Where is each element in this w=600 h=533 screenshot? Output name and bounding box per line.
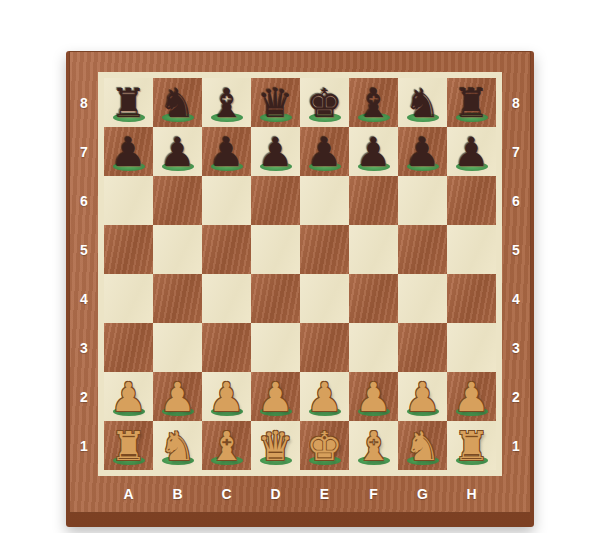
file-label-a: A	[123, 486, 133, 502]
square-f6[interactable]	[349, 176, 398, 225]
square-c2[interactable]: ♟	[202, 372, 251, 421]
rank-label-left-2: 2	[80, 389, 88, 405]
file-label-h: H	[466, 486, 476, 502]
square-d8[interactable]: ♛	[251, 78, 300, 127]
rank-label-right-8: 8	[512, 95, 520, 111]
rank-labels-right: 87654321	[502, 72, 530, 476]
dark-pawn: ♟	[258, 130, 294, 174]
square-d5[interactable]	[251, 225, 300, 274]
board-grid: ♜♞♝♛♚♝♞♜♟♟♟♟♟♟♟♟♟♟♟♟♟♟♟♟♜♞♝♛♚♝♞♜	[98, 72, 502, 476]
light-knight: ♞	[405, 424, 441, 468]
square-e8[interactable]: ♚	[300, 78, 349, 127]
square-b3[interactable]	[153, 323, 202, 372]
square-c6[interactable]	[202, 176, 251, 225]
square-g1[interactable]: ♞	[398, 421, 447, 470]
rank-label-left-6: 6	[80, 193, 88, 209]
dark-knight: ♞	[405, 81, 441, 125]
square-d6[interactable]	[251, 176, 300, 225]
rank-label-right-4: 4	[512, 291, 520, 307]
rank-label-right-6: 6	[512, 193, 520, 209]
square-h8[interactable]: ♜	[447, 78, 496, 127]
square-e3[interactable]	[300, 323, 349, 372]
square-e5[interactable]	[300, 225, 349, 274]
rank-label-left-7: 7	[80, 144, 88, 160]
light-pawn: ♟	[454, 375, 490, 419]
light-pawn: ♟	[209, 375, 245, 419]
square-f5[interactable]	[349, 225, 398, 274]
rank-label-right-7: 7	[512, 144, 520, 160]
square-h7[interactable]: ♟	[447, 127, 496, 176]
dark-pawn: ♟	[454, 130, 490, 174]
square-b2[interactable]: ♟	[153, 372, 202, 421]
square-b5[interactable]	[153, 225, 202, 274]
light-rook: ♜	[454, 424, 490, 468]
light-bishop: ♝	[209, 424, 245, 468]
light-pawn: ♟	[160, 375, 196, 419]
square-h2[interactable]: ♟	[447, 372, 496, 421]
rank-label-right-2: 2	[512, 389, 520, 405]
file-label-d: D	[270, 486, 280, 502]
rank-label-left-5: 5	[80, 242, 88, 258]
square-c1[interactable]: ♝	[202, 421, 251, 470]
square-b8[interactable]: ♞	[153, 78, 202, 127]
dark-pawn: ♟	[111, 130, 147, 174]
square-e7[interactable]: ♟	[300, 127, 349, 176]
light-king: ♚	[307, 424, 343, 468]
file-label-g: G	[417, 486, 428, 502]
square-f8[interactable]: ♝	[349, 78, 398, 127]
dark-rook: ♜	[111, 81, 147, 125]
folding-chess-box: 87654321 ♜♞♝♛♚♝♞♜♟♟♟♟♟♟♟♟♟♟♟♟♟♟♟♟♜♞♝♛♚♝♞…	[66, 51, 534, 527]
light-rook: ♜	[111, 424, 147, 468]
square-g2[interactable]: ♟	[398, 372, 447, 421]
square-a5[interactable]	[104, 225, 153, 274]
square-h3[interactable]	[447, 323, 496, 372]
square-f1[interactable]: ♝	[349, 421, 398, 470]
square-a2[interactable]: ♟	[104, 372, 153, 421]
square-b1[interactable]: ♞	[153, 421, 202, 470]
dark-rook: ♜	[454, 81, 490, 125]
rank-label-left-1: 1	[80, 438, 88, 454]
board-frame: 87654321 ♜♞♝♛♚♝♞♜♟♟♟♟♟♟♟♟♟♟♟♟♟♟♟♟♜♞♝♛♚♝♞…	[69, 51, 531, 513]
square-b4[interactable]	[153, 274, 202, 323]
dark-king: ♚	[307, 81, 343, 125]
light-pawn: ♟	[258, 375, 294, 419]
light-bishop: ♝	[356, 424, 392, 468]
file-label-c: C	[221, 486, 231, 502]
dark-bishop: ♝	[356, 81, 392, 125]
rank-label-right-3: 3	[512, 340, 520, 356]
square-g3[interactable]	[398, 323, 447, 372]
square-f2[interactable]: ♟	[349, 372, 398, 421]
square-a7[interactable]: ♟	[104, 127, 153, 176]
square-d7[interactable]: ♟	[251, 127, 300, 176]
square-e2[interactable]: ♟	[300, 372, 349, 421]
square-e1[interactable]: ♚	[300, 421, 349, 470]
square-f7[interactable]: ♟	[349, 127, 398, 176]
photo-backdrop: 87654321 ♜♞♝♛♚♝♞♜♟♟♟♟♟♟♟♟♟♟♟♟♟♟♟♟♜♞♝♛♚♝♞…	[0, 0, 600, 533]
rank-label-left-3: 3	[80, 340, 88, 356]
light-pawn: ♟	[111, 375, 147, 419]
square-d2[interactable]: ♟	[251, 372, 300, 421]
rank-label-right-1: 1	[512, 438, 520, 454]
square-b6[interactable]	[153, 176, 202, 225]
rank-label-left-4: 4	[80, 291, 88, 307]
square-b7[interactable]: ♟	[153, 127, 202, 176]
square-h5[interactable]	[447, 225, 496, 274]
square-c7[interactable]: ♟	[202, 127, 251, 176]
file-labels: ABCDEFGH	[98, 476, 502, 512]
rank-label-right-5: 5	[512, 242, 520, 258]
light-pawn: ♟	[356, 375, 392, 419]
rank-label-left-8: 8	[80, 95, 88, 111]
square-c8[interactable]: ♝	[202, 78, 251, 127]
square-g7[interactable]: ♟	[398, 127, 447, 176]
rank-labels-left: 87654321	[70, 72, 98, 476]
square-a1[interactable]: ♜	[104, 421, 153, 470]
file-label-e: E	[320, 486, 329, 502]
square-d1[interactable]: ♛	[251, 421, 300, 470]
square-c4[interactable]	[202, 274, 251, 323]
square-e4[interactable]	[300, 274, 349, 323]
light-knight: ♞	[160, 424, 196, 468]
square-h1[interactable]: ♜	[447, 421, 496, 470]
square-e6[interactable]	[300, 176, 349, 225]
file-label-f: F	[369, 486, 378, 502]
dark-pawn: ♟	[209, 130, 245, 174]
square-h4[interactable]	[447, 274, 496, 323]
square-d3[interactable]	[251, 323, 300, 372]
dark-pawn: ♟	[160, 130, 196, 174]
light-queen: ♛	[258, 424, 294, 468]
dark-pawn: ♟	[307, 130, 343, 174]
square-a6[interactable]	[104, 176, 153, 225]
light-pawn: ♟	[405, 375, 441, 419]
square-g6[interactable]	[398, 176, 447, 225]
dark-bishop: ♝	[209, 81, 245, 125]
square-g8[interactable]: ♞	[398, 78, 447, 127]
square-g4[interactable]	[398, 274, 447, 323]
square-a3[interactable]	[104, 323, 153, 372]
square-d4[interactable]	[251, 274, 300, 323]
square-f4[interactable]	[349, 274, 398, 323]
file-label-b: B	[172, 486, 182, 502]
light-pawn: ♟	[307, 375, 343, 419]
dark-pawn: ♟	[356, 130, 392, 174]
square-g5[interactable]	[398, 225, 447, 274]
square-a4[interactable]	[104, 274, 153, 323]
dark-knight: ♞	[160, 81, 196, 125]
square-c5[interactable]	[202, 225, 251, 274]
dark-queen: ♛	[258, 81, 294, 125]
square-f3[interactable]	[349, 323, 398, 372]
square-c3[interactable]	[202, 323, 251, 372]
square-a8[interactable]: ♜	[104, 78, 153, 127]
square-h6[interactable]	[447, 176, 496, 225]
dark-pawn: ♟	[405, 130, 441, 174]
